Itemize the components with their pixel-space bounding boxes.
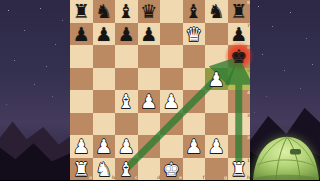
- black-pawn-h7[interactable]: ♟: [228, 23, 251, 46]
- square-a5[interactable]: [70, 68, 93, 91]
- white-king-e1[interactable]: ♚: [160, 158, 183, 181]
- black-rook-h8[interactable]: ♜: [228, 0, 251, 23]
- rank-coordinate: 4: [247, 90, 250, 95]
- square-d2[interactable]: [138, 135, 161, 158]
- square-b5[interactable]: [93, 68, 116, 91]
- square-f5[interactable]: [183, 68, 206, 91]
- black-rook-a8[interactable]: ♜: [70, 0, 93, 23]
- square-a6[interactable]: [70, 45, 93, 68]
- square-f6[interactable]: [183, 45, 206, 68]
- black-knight-b8[interactable]: ♞: [93, 0, 116, 23]
- square-b3[interactable]: [93, 113, 116, 136]
- square-a4[interactable]: [70, 90, 93, 113]
- square-e7[interactable]: [160, 23, 183, 46]
- white-pawn-f2[interactable]: ♟: [183, 135, 206, 158]
- chess-board[interactable]: 8765432abcdefg1h♜♞♝♛♝♞♜♟♟♟♟♛♟♚♟♝♟♟♟♟♟♟♟♜…: [70, 0, 250, 180]
- square-f1[interactable]: f: [183, 158, 206, 181]
- square-h2[interactable]: 2: [228, 135, 251, 158]
- square-e3[interactable]: [160, 113, 183, 136]
- rank-coordinate: 5: [247, 68, 250, 73]
- stars: [0, 0, 1, 1]
- rank-coordinate: 3: [247, 113, 250, 118]
- square-a3[interactable]: [70, 113, 93, 136]
- square-g7[interactable]: [205, 23, 228, 46]
- white-pawn-a2[interactable]: ♟: [70, 135, 93, 158]
- square-h5[interactable]: 5: [228, 68, 251, 91]
- white-pawn-c2[interactable]: ♟: [115, 135, 138, 158]
- square-g3[interactable]: [205, 113, 228, 136]
- square-f3[interactable]: [183, 113, 206, 136]
- square-g4[interactable]: [205, 90, 228, 113]
- black-bishop-c8[interactable]: ♝: [115, 0, 138, 23]
- black-pawn-a7[interactable]: ♟: [70, 23, 93, 46]
- square-e8[interactable]: [160, 0, 183, 23]
- white-pawn-d4[interactable]: ♟: [138, 90, 161, 113]
- square-f4[interactable]: [183, 90, 206, 113]
- white-rook-a1[interactable]: ♜: [70, 158, 93, 181]
- black-pawn-d7[interactable]: ♟: [138, 23, 161, 46]
- white-pawn-e4[interactable]: ♟: [160, 90, 183, 113]
- square-d1[interactable]: d: [138, 158, 161, 181]
- white-pawn-b2[interactable]: ♟: [93, 135, 116, 158]
- square-g1[interactable]: g: [205, 158, 228, 181]
- square-c3[interactable]: [115, 113, 138, 136]
- white-pawn-g2[interactable]: ♟: [205, 135, 228, 158]
- square-b4[interactable]: [93, 90, 116, 113]
- square-b6[interactable]: [93, 45, 116, 68]
- square-h3[interactable]: 3: [228, 113, 251, 136]
- square-d3[interactable]: [138, 113, 161, 136]
- black-pawn-c7[interactable]: ♟: [115, 23, 138, 46]
- white-rook-h1[interactable]: ♜: [228, 158, 251, 181]
- white-bishop-c4[interactable]: ♝: [115, 90, 138, 113]
- black-pawn-b7[interactable]: ♟: [93, 23, 116, 46]
- square-e2[interactable]: [160, 135, 183, 158]
- square-g6[interactable]: [205, 45, 228, 68]
- screenshot-stage: 8765432abcdefg1h♜♞♝♛♝♞♜♟♟♟♟♛♟♚♟♝♟♟♟♟♟♟♟♜…: [0, 0, 320, 180]
- square-e5[interactable]: [160, 68, 183, 91]
- white-knight-b1[interactable]: ♞: [93, 158, 116, 181]
- square-c5[interactable]: [115, 68, 138, 91]
- square-h4[interactable]: 4: [228, 90, 251, 113]
- white-queen-f7[interactable]: ♛: [183, 23, 206, 46]
- black-knight-g8[interactable]: ♞: [205, 0, 228, 23]
- black-king-h6[interactable]: ♚: [228, 45, 251, 68]
- square-d5[interactable]: [138, 68, 161, 91]
- black-bishop-f8[interactable]: ♝: [183, 0, 206, 23]
- glowing-tent: [250, 129, 320, 180]
- black-queen-d8[interactable]: ♛: [138, 0, 161, 23]
- square-c6[interactable]: [115, 45, 138, 68]
- square-d6[interactable]: [138, 45, 161, 68]
- white-bishop-c1[interactable]: ♝: [115, 158, 138, 181]
- tent-vent: [290, 149, 301, 155]
- square-e6[interactable]: [160, 45, 183, 68]
- white-pawn-g5[interactable]: ♟: [205, 68, 228, 91]
